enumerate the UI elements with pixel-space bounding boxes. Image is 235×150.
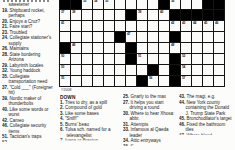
grid-cell[interactable] [148, 21, 158, 31]
grid-cell[interactable] [104, 76, 114, 86]
cell-number: 44 [193, 21, 196, 24]
grid-cell[interactable]: 50 [60, 54, 70, 64]
cell-number: 55 [61, 76, 64, 79]
clue-item: 39. Nordic maker of thunderbolts [2, 96, 56, 107]
grid-cell[interactable] [115, 54, 125, 64]
grid-cell[interactable] [71, 65, 81, 75]
grid-cell[interactable] [181, 0, 191, 9]
grid-cell[interactable] [126, 21, 136, 31]
grid-cell[interactable]: 49 [170, 43, 180, 53]
clue-item: 27. It helps you start driving a round [123, 100, 178, 111]
cell-number: 37 [61, 10, 64, 13]
clue-item: 6. Tulsa sch. named for a televangelist [60, 127, 118, 138]
clue-item: 40. Like some words or wurst [2, 107, 56, 118]
grid-cell[interactable] [82, 54, 92, 64]
grid-cell[interactable] [82, 43, 92, 53]
grid-cell[interactable] [71, 54, 81, 64]
grid-cell[interactable]: 44 [192, 21, 202, 31]
grid-cell[interactable] [82, 10, 92, 20]
grid-cell[interactable] [192, 76, 202, 86]
grid-cell-black [126, 43, 136, 53]
grid-cell[interactable] [115, 21, 125, 31]
grid-cell[interactable] [181, 43, 191, 53]
grid-cell[interactable] [115, 0, 125, 9]
grid-cell-black [203, 10, 213, 20]
grid-cell-black [214, 10, 224, 20]
grid-cell[interactable] [148, 32, 158, 42]
grid-cell[interactable] [214, 76, 224, 86]
cell-number: 50 [61, 54, 64, 57]
grid-cell[interactable] [126, 0, 136, 9]
grid-cell-black [126, 54, 136, 64]
cell-number: 52 [182, 54, 185, 57]
clue-item: 33. Infamous al Qaeda leader [123, 127, 178, 138]
grid-cell[interactable] [148, 54, 158, 64]
grid-cell[interactable] [93, 76, 103, 86]
clue-item: 24. Collegiate stationer's supply [2, 35, 56, 46]
grid-cell[interactable] [60, 32, 70, 42]
cell-number: 34 [94, 0, 97, 2]
cell-number: 35 [105, 0, 108, 2]
grid-cell[interactable]: 39 [137, 10, 147, 20]
grid-cell[interactable]: 40 [159, 10, 169, 20]
grid-cell[interactable] [159, 21, 169, 31]
cell-number: 43 [182, 21, 185, 24]
grid-cell[interactable] [115, 10, 125, 20]
grid-cell-black [170, 10, 180, 20]
grid-cell[interactable]: 43 [181, 21, 191, 31]
grid-cell[interactable] [192, 0, 202, 9]
grid-cell[interactable]: 36 [170, 0, 180, 9]
clue-item: 37. "Cold ___" (Foreigner hit) [2, 85, 56, 96]
grid-cell[interactable] [104, 54, 114, 64]
crossword-page: sweetener19. Shipboard rocket, perhaps20… [0, 0, 235, 150]
clue-item: 28. State bordering Arizona [2, 52, 56, 63]
grid-cell[interactable] [148, 43, 158, 53]
grid-cell[interactable] [71, 32, 81, 42]
grid-cell-black [170, 32, 180, 42]
grid-cell[interactable]: 54 [181, 65, 191, 75]
down-clues-column-2: 25. Gnarly to the max27. It helps you st… [123, 94, 178, 146]
grid-cell-black [148, 65, 158, 75]
grid-cell[interactable] [159, 76, 169, 86]
clue-item: 46. Fixed the bathroom tiles [179, 122, 233, 133]
cell-number: 38 [72, 10, 75, 13]
grid-cell[interactable] [82, 21, 92, 31]
grid-cell[interactable] [214, 65, 224, 75]
cell-number: 47 [127, 32, 130, 35]
cell-number: 42 [171, 21, 174, 24]
grid-cell[interactable] [104, 65, 114, 75]
grid-cell[interactable] [148, 0, 158, 9]
grid-cell[interactable]: 45 [203, 21, 213, 31]
clue-item: 35. S [123, 144, 178, 147]
grid-cell[interactable] [104, 10, 114, 20]
copyright-text: ©2008 [61, 88, 71, 92]
cell-number: 54 [182, 65, 185, 68]
clue-item: 47. Where blood [179, 133, 233, 136]
grid-cell[interactable]: 55 [60, 76, 70, 86]
grid-cell[interactable]: 52 [181, 54, 191, 64]
grid-cell[interactable] [159, 43, 169, 53]
grid-cell[interactable] [93, 10, 103, 20]
grid-cell[interactable] [93, 54, 103, 64]
grid-cell[interactable] [71, 76, 81, 86]
grid-cell[interactable] [137, 21, 147, 31]
grid-cell-black [115, 32, 125, 42]
grid-cell[interactable]: 35 [104, 0, 114, 9]
grid-cell[interactable] [104, 21, 114, 31]
grid-cell[interactable]: 53 [60, 65, 70, 75]
grid-cell[interactable] [192, 65, 202, 75]
clue-item: 30. Where to hear Xhosa: abbr. [123, 111, 178, 122]
grid-cell[interactable] [159, 54, 169, 64]
grid-cell[interactable] [93, 21, 103, 31]
grid-cell-black [214, 0, 224, 9]
grid-cell-black [203, 0, 213, 9]
cell-number: 56 [149, 76, 152, 79]
down-clues-column-3: 43. The magi, e.g.44. New York county co… [179, 94, 233, 135]
grid-cell[interactable]: 47 [126, 32, 136, 42]
grid-cell-black [181, 10, 191, 20]
clue-item: 52. [2, 140, 56, 143]
grid-cell-black [159, 0, 169, 9]
grid-cell-black [60, 0, 70, 9]
grid-cell[interactable] [203, 43, 213, 53]
grid-cell[interactable] [137, 43, 147, 53]
grid-cell[interactable] [203, 76, 213, 86]
cell-number: 49 [171, 43, 174, 46]
cell-number: 48 [72, 43, 75, 46]
grid-cell[interactable]: 57 [181, 76, 191, 86]
grid-cell-black [192, 10, 202, 20]
grid-cell-black [170, 54, 180, 64]
cell-number: 46 [215, 21, 218, 24]
clue-item: 44. New York county containing the Donal… [179, 100, 233, 117]
cell-number: 36 [171, 0, 174, 2]
grid-cell[interactable]: 41 [60, 21, 70, 31]
cell-number: 39 [138, 10, 141, 13]
grid-cell[interactable] [126, 76, 136, 86]
grid-cell[interactable] [82, 76, 92, 86]
cell-number: 33 [83, 0, 86, 2]
grid-cell[interactable]: 51 [137, 54, 147, 64]
grid-cell[interactable] [192, 32, 202, 42]
grid-cell-black [126, 10, 136, 20]
grid-cell[interactable] [93, 65, 103, 75]
grid-cell[interactable]: 42 [170, 21, 180, 31]
grid-cell[interactable] [214, 43, 224, 53]
grid-cell[interactable] [203, 32, 213, 42]
grid-cell[interactable] [71, 21, 81, 31]
across-clues-column: sweetener19. Shipboard rocket, perhaps20… [2, 2, 56, 142]
grid-cell[interactable]: 33 [82, 0, 92, 9]
grid-cell[interactable] [115, 76, 125, 86]
down-col1-items: 1. Tries to dry, as a spill2. Compound o… [60, 100, 118, 141]
grid-cell[interactable] [192, 54, 202, 64]
grid-cell[interactable] [93, 32, 103, 42]
grid-cell-black [60, 43, 70, 53]
grid-cell[interactable] [192, 43, 202, 53]
grid-cell[interactable] [137, 32, 147, 42]
cell-number: 45 [204, 21, 207, 24]
grid-cell[interactable] [159, 32, 169, 42]
clue-item: 19. Shipboard rocket, perhaps [2, 8, 56, 19]
grid-cell[interactable] [214, 54, 224, 64]
grid-cell[interactable] [181, 32, 191, 42]
grid-cell[interactable]: 56 [148, 76, 158, 86]
grid-cell[interactable] [214, 32, 224, 42]
grid-cell[interactable]: 37 [60, 10, 70, 20]
grid-cell[interactable] [148, 10, 158, 20]
grid-cell[interactable] [82, 32, 92, 42]
cell-number: 40 [160, 10, 163, 13]
grid-cell[interactable]: 48 [71, 43, 81, 53]
grid-cell-black [170, 76, 180, 86]
grid-cell[interactable] [115, 65, 125, 75]
grid-cell[interactable]: 34 [93, 0, 103, 9]
grid-cell-black [71, 0, 81, 9]
cell-number: 53 [61, 65, 64, 68]
grid-cell[interactable] [137, 0, 147, 9]
grid-cell[interactable] [203, 65, 213, 75]
grid-cell[interactable] [104, 32, 114, 42]
grid-cell[interactable] [203, 54, 213, 64]
clue-item: 35. Collegiate transportation need [2, 74, 56, 85]
grid-cell[interactable] [115, 43, 125, 53]
grid-cell[interactable] [137, 65, 147, 75]
grid-cell[interactable] [82, 65, 92, 75]
cell-number: 51 [138, 54, 141, 57]
grid-cell-black [170, 65, 180, 75]
clue-item: 46. Collegiate security items [2, 123, 56, 134]
grid-cell[interactable] [104, 43, 114, 53]
grid-cell[interactable] [126, 65, 136, 75]
cell-number: 57 [182, 76, 185, 79]
grid-cell[interactable] [93, 43, 103, 53]
grid-cell[interactable]: 38 [71, 10, 81, 20]
grid-cell[interactable] [159, 65, 169, 75]
grid-cell[interactable]: 46 [214, 21, 224, 31]
clue-item: 7. Ivana or Braxton [60, 138, 118, 141]
cell-number: 41 [61, 21, 64, 24]
crossword-grid: 3334353637383940414243444546474849505152… [59, 0, 225, 87]
grid-cell-black [137, 76, 147, 86]
down-clues-column-1: DOWN 1. Tries to dry, as a spill2. Compo… [60, 94, 118, 141]
